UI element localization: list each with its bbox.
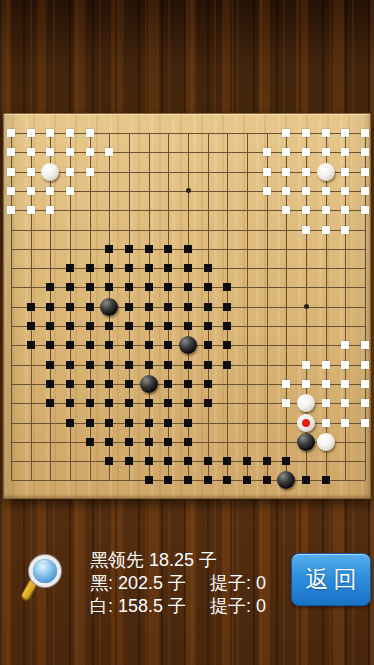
white-territory-marker[interactable]	[276, 181, 296, 201]
black-territory-marker[interactable]	[119, 277, 139, 297]
territory-marker-square	[105, 245, 113, 253]
white-territory-marker[interactable]	[60, 181, 80, 201]
black-territory-marker[interactable]	[198, 451, 218, 471]
white-stone[interactable]	[296, 393, 316, 413]
black-territory-marker[interactable]	[80, 432, 100, 452]
territory-marker-square	[125, 419, 133, 427]
white-territory-marker[interactable]	[316, 413, 336, 433]
territory-marker-square	[145, 399, 153, 407]
black-territory-marker[interactable]	[80, 316, 100, 336]
territory-marker-square	[282, 168, 290, 176]
white-territory-marker[interactable]	[1, 181, 21, 201]
black-territory-marker[interactable]	[99, 432, 119, 452]
territory-marker-square	[361, 341, 369, 349]
magnifier-icon[interactable]	[20, 554, 64, 602]
white-territory-marker[interactable]	[40, 181, 60, 201]
white-territory-marker[interactable]	[21, 181, 41, 201]
territory-marker-square	[184, 245, 192, 253]
black-territory-marker[interactable]	[198, 258, 218, 278]
territory-marker-square	[125, 438, 133, 446]
black-territory-marker[interactable]	[158, 374, 178, 394]
territory-marker-square	[86, 399, 94, 407]
white-territory-marker[interactable]	[355, 374, 374, 394]
territory-marker-square	[341, 380, 349, 388]
territory-marker-square	[322, 148, 330, 156]
black-territory-marker[interactable]	[237, 451, 257, 471]
white-territory-marker[interactable]	[21, 200, 41, 220]
black-stone-glyph	[297, 433, 315, 451]
white-territory-marker[interactable]	[99, 142, 119, 162]
territory-marker-square	[341, 399, 349, 407]
territory-marker-square	[27, 148, 35, 156]
black-territory-marker[interactable]	[198, 393, 218, 413]
black-territory-marker[interactable]	[21, 335, 41, 355]
territory-marker-square	[282, 399, 290, 407]
black-territory-marker[interactable]	[217, 355, 237, 375]
white-territory-marker[interactable]	[316, 200, 336, 220]
black-territory-marker[interactable]	[119, 335, 139, 355]
black-territory-marker[interactable]	[139, 355, 159, 375]
black-territory-marker[interactable]	[158, 432, 178, 452]
black-territory-marker[interactable]	[99, 451, 119, 471]
black-territory-marker[interactable]	[158, 335, 178, 355]
white-territory-marker[interactable]	[257, 181, 277, 201]
black-territory-marker[interactable]	[40, 374, 60, 394]
territory-marker-square	[27, 168, 35, 176]
white-territory-marker[interactable]	[316, 123, 336, 143]
black-territory-marker[interactable]	[60, 316, 80, 336]
black-territory-marker[interactable]	[40, 316, 60, 336]
white-territory-marker[interactable]	[40, 142, 60, 162]
black-stone[interactable]	[296, 432, 316, 452]
black-territory-marker[interactable]	[60, 277, 80, 297]
territory-marker-square	[46, 361, 54, 369]
white-territory-marker[interactable]	[316, 220, 336, 240]
territory-marker-square	[66, 283, 74, 291]
score-block: 黑领先 18.25 子 黑: 202.5 子 提子: 0 白: 158.5 子 …	[90, 549, 266, 618]
white-territory-marker[interactable]	[21, 142, 41, 162]
white-territory-marker[interactable]	[276, 162, 296, 182]
black-stone-glyph	[100, 298, 118, 316]
white-stone-glyph	[297, 394, 315, 412]
territory-marker-square	[302, 361, 310, 369]
black-territory-marker[interactable]	[80, 335, 100, 355]
black-territory-marker[interactable]	[99, 258, 119, 278]
territory-marker-square	[361, 187, 369, 195]
black-territory-marker[interactable]	[178, 413, 198, 433]
territory-marker-square	[105, 361, 113, 369]
black-territory-marker[interactable]	[178, 277, 198, 297]
territory-marker-square	[164, 283, 172, 291]
territory-marker-square	[46, 380, 54, 388]
territory-marker-square	[204, 457, 212, 465]
white-territory-marker[interactable]	[257, 162, 277, 182]
white-territory-marker[interactable]	[335, 200, 355, 220]
territory-marker-square	[184, 380, 192, 388]
white-territory-marker[interactable]	[316, 374, 336, 394]
black-territory-marker[interactable]	[158, 316, 178, 336]
black-territory-marker[interactable]	[60, 355, 80, 375]
territory-marker-square	[125, 283, 133, 291]
territory-marker-square	[66, 168, 74, 176]
black-territory-marker[interactable]	[119, 432, 139, 452]
territory-marker-square	[184, 457, 192, 465]
territory-marker-square	[66, 129, 74, 137]
territory-marker-square	[341, 361, 349, 369]
territory-marker-square	[302, 168, 310, 176]
black-territory-marker[interactable]	[80, 297, 100, 317]
black-territory-marker[interactable]	[40, 297, 60, 317]
white-territory-marker[interactable]	[316, 355, 336, 375]
territory-marker-square	[145, 457, 153, 465]
territory-marker-square	[223, 341, 231, 349]
black-territory-marker[interactable]	[178, 393, 198, 413]
black-territory-marker[interactable]	[40, 277, 60, 297]
white-territory-marker[interactable]	[335, 355, 355, 375]
white-territory-marker[interactable]	[296, 142, 316, 162]
black-territory-marker[interactable]	[237, 470, 257, 490]
territory-marker-square	[66, 341, 74, 349]
white-territory-marker[interactable]	[80, 123, 100, 143]
territory-marker-square	[361, 419, 369, 427]
black-territory-marker[interactable]	[139, 258, 159, 278]
black-territory-marker[interactable]	[99, 335, 119, 355]
black-territory-marker[interactable]	[178, 374, 198, 394]
black-territory-marker[interactable]	[99, 239, 119, 259]
black-territory-marker[interactable]	[217, 277, 237, 297]
black-territory-marker[interactable]	[257, 470, 277, 490]
black-territory-marker[interactable]	[139, 239, 159, 259]
white-territory-marker[interactable]	[355, 142, 374, 162]
territory-marker-square	[322, 399, 330, 407]
black-territory-marker[interactable]	[198, 297, 218, 317]
black-territory-marker[interactable]	[119, 413, 139, 433]
territory-marker-square	[145, 283, 153, 291]
territory-marker-square	[125, 399, 133, 407]
white-territory-marker[interactable]	[355, 200, 374, 220]
territory-marker-square	[86, 303, 94, 311]
territory-marker-square	[341, 226, 349, 234]
black-territory-marker[interactable]	[40, 335, 60, 355]
black-territory-marker[interactable]	[80, 277, 100, 297]
territory-marker-square	[105, 438, 113, 446]
white-territory-marker[interactable]	[1, 142, 21, 162]
black-territory-marker[interactable]	[276, 451, 296, 471]
black-territory-marker[interactable]	[217, 335, 237, 355]
black-territory-marker[interactable]	[158, 393, 178, 413]
black-territory-marker[interactable]	[178, 355, 198, 375]
black-territory-marker[interactable]	[178, 297, 198, 317]
black-territory-marker[interactable]	[99, 277, 119, 297]
territory-marker-square	[66, 399, 74, 407]
territory-marker-square	[125, 303, 133, 311]
black-territory-marker[interactable]	[198, 374, 218, 394]
territory-marker-square	[125, 245, 133, 253]
black-score: 黑: 202.5 子	[90, 572, 210, 595]
territory-marker-square	[282, 129, 290, 137]
territory-marker-square	[361, 380, 369, 388]
territory-marker-square	[105, 419, 113, 427]
white-territory-marker[interactable]	[80, 142, 100, 162]
territory-marker-square	[66, 361, 74, 369]
territory-marker-square	[27, 322, 35, 330]
black-territory-marker[interactable]	[178, 432, 198, 452]
territory-marker-square	[66, 187, 74, 195]
black-territory-marker[interactable]	[198, 355, 218, 375]
black-territory-marker[interactable]	[217, 316, 237, 336]
white-territory-marker[interactable]	[316, 393, 336, 413]
black-territory-marker[interactable]	[257, 451, 277, 471]
territory-marker-square	[204, 361, 212, 369]
black-territory-marker[interactable]	[119, 451, 139, 471]
white-territory-marker[interactable]	[296, 200, 316, 220]
black-territory-marker[interactable]	[99, 413, 119, 433]
territory-marker-square	[223, 361, 231, 369]
black-territory-marker[interactable]	[198, 277, 218, 297]
white-territory-marker[interactable]	[276, 123, 296, 143]
white-territory-marker[interactable]	[335, 142, 355, 162]
black-territory-marker[interactable]	[158, 470, 178, 490]
territory-marker-square	[164, 438, 172, 446]
territory-marker-square	[341, 187, 349, 195]
territory-marker-square	[86, 361, 94, 369]
black-territory-marker[interactable]	[80, 258, 100, 278]
territory-marker-square	[361, 148, 369, 156]
territory-marker-square	[263, 148, 271, 156]
white-territory-marker[interactable]	[316, 181, 336, 201]
white-territory-marker[interactable]	[316, 142, 336, 162]
territory-marker-square	[125, 380, 133, 388]
white-territory-marker[interactable]	[355, 181, 374, 201]
black-territory-marker[interactable]	[217, 451, 237, 471]
territory-marker-square	[105, 380, 113, 388]
white-territory-marker[interactable]	[276, 393, 296, 413]
black-territory-marker[interactable]	[119, 374, 139, 394]
territory-marker-square	[145, 419, 153, 427]
white-territory-marker[interactable]	[257, 142, 277, 162]
white-territory-marker[interactable]	[80, 162, 100, 182]
territory-marker-square	[7, 206, 15, 214]
black-territory-marker[interactable]	[158, 451, 178, 471]
territory-marker-square	[184, 419, 192, 427]
white-territory-marker[interactable]	[355, 162, 374, 182]
territory-marker-square	[164, 399, 172, 407]
territory-marker-square	[204, 303, 212, 311]
app-screen: 黑领先 18.25 子 黑: 202.5 子 提子: 0 白: 158.5 子 …	[0, 0, 374, 665]
black-territory-marker[interactable]	[316, 470, 336, 490]
white-territory-marker[interactable]	[335, 220, 355, 240]
white-territory-marker[interactable]	[296, 355, 316, 375]
black-territory-marker[interactable]	[139, 432, 159, 452]
white-territory-marker[interactable]	[335, 393, 355, 413]
territory-marker-square	[27, 129, 35, 137]
white-territory-marker[interactable]	[335, 162, 355, 182]
territory-marker-square	[204, 341, 212, 349]
black-stone[interactable]	[276, 470, 296, 490]
black-territory-marker[interactable]	[80, 374, 100, 394]
white-territory-marker[interactable]	[60, 123, 80, 143]
black-territory-marker[interactable]	[99, 316, 119, 336]
territory-marker-square	[164, 476, 172, 484]
black-territory-marker[interactable]	[139, 470, 159, 490]
white-territory-marker[interactable]	[335, 374, 355, 394]
white-territory-marker[interactable]	[60, 142, 80, 162]
black-territory-marker[interactable]	[139, 297, 159, 317]
white-territory-marker[interactable]	[1, 200, 21, 220]
white-territory-marker[interactable]	[355, 335, 374, 355]
territory-marker-square	[7, 187, 15, 195]
black-territory-marker[interactable]	[198, 316, 218, 336]
black-territory-marker[interactable]	[158, 297, 178, 317]
black-territory-marker[interactable]	[158, 258, 178, 278]
white-territory-marker[interactable]	[296, 220, 316, 240]
territory-marker-square	[7, 168, 15, 176]
black-territory-marker[interactable]	[217, 297, 237, 317]
black-territory-marker[interactable]	[60, 297, 80, 317]
territory-marker-square	[125, 322, 133, 330]
white-territory-marker[interactable]	[296, 374, 316, 394]
white-territory-marker[interactable]	[335, 123, 355, 143]
white-territory-marker[interactable]	[1, 162, 21, 182]
black-territory-marker[interactable]	[80, 355, 100, 375]
black-territory-marker[interactable]	[40, 355, 60, 375]
territory-marker-square	[341, 168, 349, 176]
black-territory-marker[interactable]	[60, 258, 80, 278]
black-territory-marker[interactable]	[119, 297, 139, 317]
black-territory-marker[interactable]	[178, 470, 198, 490]
territory-marker-square	[164, 380, 172, 388]
star-point	[304, 304, 309, 309]
black-stone[interactable]	[99, 297, 119, 317]
territory-marker-square	[302, 476, 310, 484]
black-territory-marker[interactable]	[80, 393, 100, 413]
black-territory-marker[interactable]	[139, 393, 159, 413]
bottom-panel: 黑领先 18.25 子 黑: 202.5 子 提子: 0 白: 158.5 子 …	[0, 540, 374, 665]
black-territory-marker[interactable]	[158, 413, 178, 433]
black-territory-marker[interactable]	[119, 316, 139, 336]
black-territory-marker[interactable]	[119, 258, 139, 278]
white-stone-last-move[interactable]	[296, 413, 316, 433]
black-territory-marker[interactable]	[139, 316, 159, 336]
territory-marker-square	[204, 322, 212, 330]
territory-marker-square	[46, 303, 54, 311]
grid-vline	[247, 133, 248, 480]
territory-marker-square	[125, 341, 133, 349]
white-stone[interactable]	[316, 162, 336, 182]
black-territory-marker[interactable]	[139, 451, 159, 471]
territory-marker-square	[341, 206, 349, 214]
black-territory-marker[interactable]	[119, 355, 139, 375]
black-territory-marker[interactable]	[139, 413, 159, 433]
white-territory-marker[interactable]	[335, 413, 355, 433]
territory-marker-square	[145, 438, 153, 446]
black-territory-marker[interactable]	[99, 355, 119, 375]
black-territory-marker[interactable]	[139, 335, 159, 355]
territory-marker-square	[184, 361, 192, 369]
white-territory-marker[interactable]	[60, 162, 80, 182]
white-territory-marker[interactable]	[296, 181, 316, 201]
back-button[interactable]: 返回	[291, 553, 371, 606]
black-territory-marker[interactable]	[158, 239, 178, 259]
black-territory-marker[interactable]	[139, 277, 159, 297]
black-territory-marker[interactable]	[217, 470, 237, 490]
white-stone-glyph	[41, 163, 59, 181]
territory-marker-square	[145, 322, 153, 330]
territory-marker-square	[145, 303, 153, 311]
black-territory-marker[interactable]	[119, 239, 139, 259]
white-territory-marker[interactable]	[276, 200, 296, 220]
white-territory-marker[interactable]	[21, 162, 41, 182]
white-territory-marker[interactable]	[1, 123, 21, 143]
territory-marker-square	[66, 148, 74, 156]
white-territory-marker[interactable]	[296, 123, 316, 143]
white-stone-glyph	[317, 163, 335, 181]
black-territory-marker[interactable]	[21, 297, 41, 317]
white-territory-marker[interactable]	[335, 181, 355, 201]
black-territory-marker[interactable]	[198, 470, 218, 490]
territory-marker-square	[263, 476, 271, 484]
black-territory-marker[interactable]	[178, 258, 198, 278]
white-territory-marker[interactable]	[355, 393, 374, 413]
white-stone[interactable]	[316, 432, 336, 452]
territory-marker-square	[7, 148, 15, 156]
black-territory-marker[interactable]	[178, 451, 198, 471]
black-territory-marker[interactable]	[296, 470, 316, 490]
territory-marker-square	[164, 341, 172, 349]
territory-marker-square	[361, 399, 369, 407]
black-territory-marker[interactable]	[178, 239, 198, 259]
territory-marker-square	[66, 380, 74, 388]
black-territory-marker[interactable]	[158, 355, 178, 375]
black-territory-marker[interactable]	[99, 393, 119, 413]
black-territory-marker[interactable]	[21, 316, 41, 336]
black-territory-marker[interactable]	[40, 393, 60, 413]
black-territory-marker[interactable]	[178, 316, 198, 336]
territory-marker-square	[184, 476, 192, 484]
white-territory-marker[interactable]	[40, 123, 60, 143]
star-point	[186, 188, 191, 193]
white-territory-marker[interactable]	[21, 123, 41, 143]
white-territory-marker[interactable]	[40, 200, 60, 220]
black-territory-marker[interactable]	[158, 277, 178, 297]
territory-marker-square	[184, 303, 192, 311]
black-territory-marker[interactable]	[99, 374, 119, 394]
white-territory-marker[interactable]	[355, 355, 374, 375]
black-stone[interactable]	[178, 335, 198, 355]
black-territory-marker[interactable]	[198, 335, 218, 355]
black-territory-marker[interactable]	[60, 335, 80, 355]
black-stone[interactable]	[139, 374, 159, 394]
white-captures: 提子: 0	[210, 595, 266, 618]
white-territory-marker[interactable]	[296, 162, 316, 182]
black-territory-marker[interactable]	[80, 413, 100, 433]
white-territory-marker[interactable]	[276, 374, 296, 394]
black-territory-marker[interactable]	[60, 393, 80, 413]
territory-marker-square	[86, 341, 94, 349]
black-territory-marker[interactable]	[119, 393, 139, 413]
white-territory-marker[interactable]	[355, 123, 374, 143]
white-territory-marker[interactable]	[335, 335, 355, 355]
white-territory-marker[interactable]	[276, 142, 296, 162]
black-territory-marker[interactable]	[60, 413, 80, 433]
white-stone[interactable]	[40, 162, 60, 182]
territory-marker-square	[302, 187, 310, 195]
territory-marker-square	[86, 129, 94, 137]
white-territory-marker[interactable]	[355, 413, 374, 433]
black-stone-glyph	[179, 336, 197, 354]
territory-marker-square	[145, 476, 153, 484]
black-territory-marker[interactable]	[60, 374, 80, 394]
